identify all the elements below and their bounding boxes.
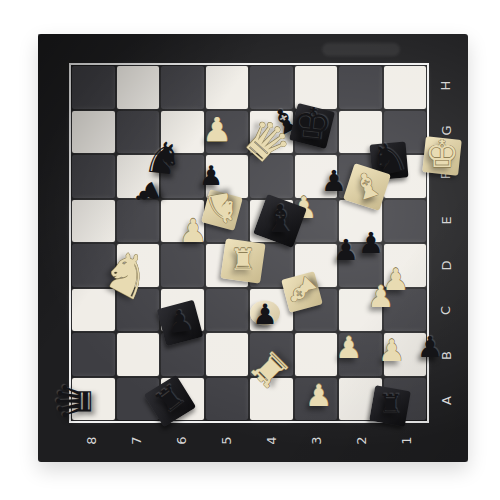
black-pawn-icon: ♟ (333, 236, 359, 265)
black-knight-icon: ♞ (141, 134, 185, 182)
black-queen-icon: ♛ (50, 380, 98, 423)
white-pawn-icon: ♟ (179, 215, 208, 247)
black-pawn-icon: ♟ (252, 301, 277, 329)
white-knight-icon: ♞ (93, 238, 164, 311)
white-king-icon: ♚ (425, 135, 459, 173)
white-rook-icon: ♜ (243, 343, 297, 397)
product-photo: 87654321 HGFEDCBA ♟♛♟♞♟♜♞♝♚♝♟♟♟♟♜♟♞♟♟♝♚♝… (0, 0, 500, 500)
pieces-layer: ♟♛♟♞♟♜♞♝♚♝♟♟♟♟♜♟♞♟♟♝♚♝♟♞♟♟♟♟♟♜♛♜ (0, 0, 500, 500)
white-pawn-icon: ♟ (202, 113, 232, 146)
black-pawn-icon: ♟ (165, 305, 196, 338)
black-rook-icon: ♜ (377, 391, 402, 419)
black-bishop-icon: ♝ (263, 200, 297, 238)
white-pawn-icon: ♟ (368, 282, 395, 312)
white-rook-icon: ♜ (230, 245, 257, 275)
black-pawn-icon: ♟ (417, 333, 443, 362)
white-bishop-icon: ♝ (278, 266, 326, 314)
white-pawn-icon: ♟ (336, 333, 363, 363)
black-pawn-icon: ♟ (321, 167, 347, 196)
black-pawn-icon: ♟ (358, 229, 384, 258)
white-pawn-icon: ♟ (306, 381, 333, 411)
white-pawn-icon: ♟ (379, 336, 406, 366)
